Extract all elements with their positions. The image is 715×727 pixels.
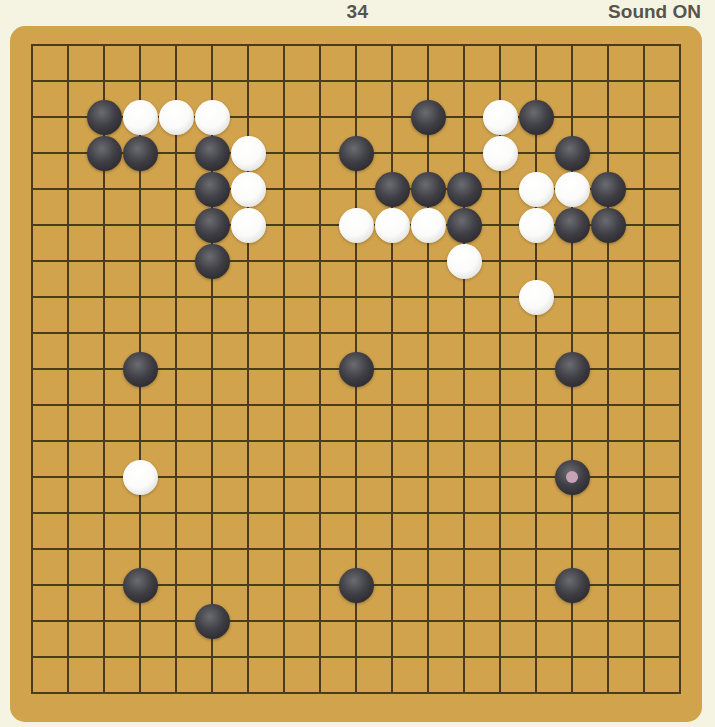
black-stone xyxy=(195,604,230,639)
black-stone xyxy=(87,136,122,171)
grid-line-horizontal xyxy=(31,404,681,406)
black-stone xyxy=(375,172,410,207)
black-stone xyxy=(339,136,374,171)
white-stone xyxy=(195,100,230,135)
white-stone xyxy=(231,208,266,243)
white-stone xyxy=(231,172,266,207)
grid-line-horizontal xyxy=(31,440,681,442)
black-stone xyxy=(447,172,482,207)
black-stone xyxy=(195,172,230,207)
grid-line-vertical xyxy=(535,44,537,694)
black-stone xyxy=(123,352,158,387)
white-stone xyxy=(519,280,554,315)
white-stone xyxy=(411,208,446,243)
black-stone xyxy=(411,172,446,207)
black-stone xyxy=(555,352,590,387)
grid-line-vertical xyxy=(643,44,645,694)
grid-line-vertical xyxy=(427,44,429,694)
grid-line-horizontal xyxy=(31,620,681,622)
white-stone xyxy=(483,100,518,135)
black-stone xyxy=(195,208,230,243)
black-stone xyxy=(591,208,626,243)
black-stone xyxy=(87,100,122,135)
go-board[interactable] xyxy=(10,26,702,722)
black-stone xyxy=(123,568,158,603)
black-stone xyxy=(555,460,590,495)
black-stone xyxy=(555,136,590,171)
black-stone xyxy=(195,244,230,279)
grid-line-vertical xyxy=(607,44,609,694)
grid-line-vertical xyxy=(391,44,393,694)
black-stone xyxy=(447,208,482,243)
last-move-marker xyxy=(566,471,578,483)
black-stone xyxy=(339,352,374,387)
white-stone xyxy=(123,100,158,135)
black-stone xyxy=(555,568,590,603)
grid-line-horizontal xyxy=(31,548,681,550)
sound-toggle[interactable]: Sound ON xyxy=(608,1,701,23)
white-stone xyxy=(519,172,554,207)
grid-line-horizontal xyxy=(31,656,681,658)
black-stone xyxy=(555,208,590,243)
white-stone xyxy=(231,136,266,171)
grid-line-horizontal xyxy=(31,512,681,514)
black-stone xyxy=(519,100,554,135)
white-stone xyxy=(447,244,482,279)
white-stone xyxy=(555,172,590,207)
white-stone xyxy=(339,208,374,243)
white-stone xyxy=(483,136,518,171)
black-stone xyxy=(195,136,230,171)
grid-line-vertical xyxy=(463,44,465,694)
black-stone xyxy=(591,172,626,207)
black-stone xyxy=(123,136,158,171)
status-bar: 34 Sound ON xyxy=(0,0,715,26)
black-stone xyxy=(411,100,446,135)
white-stone xyxy=(375,208,410,243)
grid-line-vertical xyxy=(679,44,681,694)
white-stone xyxy=(159,100,194,135)
grid-line-horizontal xyxy=(31,692,681,694)
white-stone xyxy=(519,208,554,243)
white-stone xyxy=(123,460,158,495)
black-stone xyxy=(339,568,374,603)
